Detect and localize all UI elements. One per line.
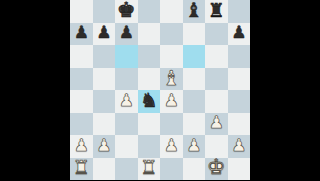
square-b1[interactable] <box>93 158 116 181</box>
square-g2[interactable] <box>205 135 228 158</box>
square-h1[interactable] <box>228 158 251 181</box>
white-pawn[interactable]: ♟ <box>186 137 201 154</box>
square-g3[interactable]: ♟ <box>205 113 228 136</box>
square-a4[interactable] <box>70 90 93 113</box>
square-e7[interactable] <box>160 23 183 46</box>
square-a7[interactable]: ♟ <box>70 23 93 46</box>
square-e6[interactable] <box>160 45 183 68</box>
square-b6[interactable] <box>93 45 116 68</box>
square-d5[interactable] <box>138 68 161 91</box>
white-pawn[interactable]: ♟ <box>74 137 89 154</box>
square-c2[interactable] <box>115 135 138 158</box>
video-frame: ♚♝♜♟♟♟♟♝♟♞♟♟♟♟♟♟♟♜♜♚ <box>0 0 320 180</box>
square-g8[interactable]: ♜ <box>205 0 228 23</box>
white-pawn[interactable]: ♟ <box>231 137 246 154</box>
white-king[interactable]: ♚ <box>207 158 226 179</box>
square-a8[interactable] <box>70 0 93 23</box>
letterbox-left <box>0 0 70 180</box>
chess-board: ♚♝♜♟♟♟♟♝♟♞♟♟♟♟♟♟♟♜♜♚ <box>70 0 250 180</box>
white-rook[interactable]: ♜ <box>73 158 90 177</box>
white-bishop[interactable]: ♝ <box>162 68 180 88</box>
square-f1[interactable] <box>183 158 206 181</box>
square-e5[interactable]: ♝ <box>160 68 183 91</box>
white-pawn[interactable]: ♟ <box>96 137 111 154</box>
square-c6[interactable] <box>115 45 138 68</box>
square-h4[interactable] <box>228 90 251 113</box>
square-c8[interactable]: ♚ <box>115 0 138 23</box>
white-pawn[interactable]: ♟ <box>119 92 134 109</box>
square-f7[interactable] <box>183 23 206 46</box>
square-f3[interactable] <box>183 113 206 136</box>
square-c4[interactable]: ♟ <box>115 90 138 113</box>
letterbox-right <box>250 0 320 180</box>
black-pawn[interactable]: ♟ <box>74 24 89 41</box>
square-g1[interactable]: ♚ <box>205 158 228 181</box>
black-knight[interactable]: ♞ <box>140 90 158 110</box>
square-c1[interactable] <box>115 158 138 181</box>
black-pawn[interactable]: ♟ <box>119 24 134 41</box>
square-f6[interactable] <box>183 45 206 68</box>
square-d4[interactable]: ♞ <box>138 90 161 113</box>
square-d7[interactable] <box>138 23 161 46</box>
square-b5[interactable] <box>93 68 116 91</box>
square-a3[interactable] <box>70 113 93 136</box>
square-e1[interactable] <box>160 158 183 181</box>
square-d6[interactable] <box>138 45 161 68</box>
square-d2[interactable] <box>138 135 161 158</box>
white-pawn[interactable]: ♟ <box>209 114 224 131</box>
square-b4[interactable] <box>93 90 116 113</box>
black-pawn[interactable]: ♟ <box>231 24 246 41</box>
square-h5[interactable] <box>228 68 251 91</box>
square-h8[interactable] <box>228 0 251 23</box>
square-g7[interactable] <box>205 23 228 46</box>
square-a1[interactable]: ♜ <box>70 158 93 181</box>
square-h3[interactable] <box>228 113 251 136</box>
square-c5[interactable] <box>115 68 138 91</box>
square-a6[interactable] <box>70 45 93 68</box>
square-h2[interactable]: ♟ <box>228 135 251 158</box>
square-g5[interactable] <box>205 68 228 91</box>
square-e8[interactable] <box>160 0 183 23</box>
square-a2[interactable]: ♟ <box>70 135 93 158</box>
square-b2[interactable]: ♟ <box>93 135 116 158</box>
square-c7[interactable]: ♟ <box>115 23 138 46</box>
square-a5[interactable] <box>70 68 93 91</box>
square-h7[interactable]: ♟ <box>228 23 251 46</box>
square-b8[interactable] <box>93 0 116 23</box>
black-king[interactable]: ♚ <box>117 0 136 21</box>
square-f8[interactable]: ♝ <box>183 0 206 23</box>
square-g4[interactable] <box>205 90 228 113</box>
white-rook[interactable]: ♜ <box>140 158 157 177</box>
black-pawn[interactable]: ♟ <box>96 24 111 41</box>
square-h6[interactable] <box>228 45 251 68</box>
square-e3[interactable] <box>160 113 183 136</box>
square-b7[interactable]: ♟ <box>93 23 116 46</box>
square-e4[interactable]: ♟ <box>160 90 183 113</box>
square-d8[interactable] <box>138 0 161 23</box>
square-f5[interactable] <box>183 68 206 91</box>
square-d1[interactable]: ♜ <box>138 158 161 181</box>
black-bishop[interactable]: ♝ <box>185 0 203 20</box>
square-b3[interactable] <box>93 113 116 136</box>
white-pawn[interactable]: ♟ <box>164 137 179 154</box>
square-d3[interactable] <box>138 113 161 136</box>
black-rook[interactable]: ♜ <box>208 1 225 20</box>
square-e2[interactable]: ♟ <box>160 135 183 158</box>
square-f4[interactable] <box>183 90 206 113</box>
square-c3[interactable] <box>115 113 138 136</box>
square-f2[interactable]: ♟ <box>183 135 206 158</box>
square-g6[interactable] <box>205 45 228 68</box>
white-pawn[interactable]: ♟ <box>164 92 179 109</box>
